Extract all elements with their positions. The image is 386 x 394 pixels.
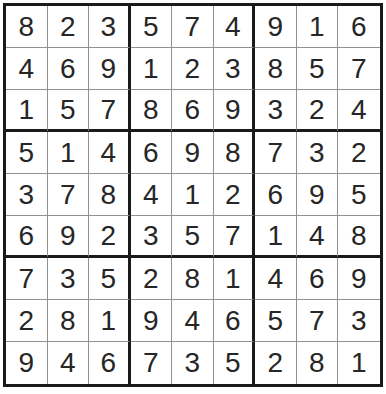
sudoku-cell-r3c8[interactable]: 2 bbox=[297, 90, 339, 132]
sudoku-cell-r8c9[interactable]: 3 bbox=[338, 300, 380, 342]
sudoku-cell-r1c9[interactable]: 6 bbox=[338, 6, 380, 48]
sudoku-cell-r2c4[interactable]: 1 bbox=[131, 48, 173, 90]
sudoku-cell-r6c4[interactable]: 3 bbox=[131, 216, 173, 258]
sudoku-cell-r6c6[interactable]: 7 bbox=[214, 216, 256, 258]
sudoku-cell-r9c2[interactable]: 4 bbox=[48, 342, 90, 384]
sudoku-cell-r9c6[interactable]: 5 bbox=[214, 342, 256, 384]
sudoku-cell-r6c3[interactable]: 2 bbox=[89, 216, 131, 258]
sudoku-cell-r5c7[interactable]: 6 bbox=[255, 174, 297, 216]
sudoku-cell-r7c8[interactable]: 6 bbox=[297, 258, 339, 300]
sudoku-cell-r2c8[interactable]: 5 bbox=[297, 48, 339, 90]
sudoku-cell-r5c1[interactable]: 3 bbox=[6, 174, 48, 216]
sudoku-cell-r2c7[interactable]: 8 bbox=[255, 48, 297, 90]
sudoku-cell-r1c4[interactable]: 5 bbox=[131, 6, 173, 48]
sudoku-cell-r1c5[interactable]: 7 bbox=[172, 6, 214, 48]
sudoku-cell-r5c6[interactable]: 2 bbox=[214, 174, 256, 216]
sudoku-cell-r7c4[interactable]: 2 bbox=[131, 258, 173, 300]
sudoku-cell-r4c3[interactable]: 4 bbox=[89, 132, 131, 174]
sudoku-cell-r6c7[interactable]: 1 bbox=[255, 216, 297, 258]
sudoku-cell-r8c8[interactable]: 7 bbox=[297, 300, 339, 342]
sudoku-cell-r2c5[interactable]: 2 bbox=[172, 48, 214, 90]
sudoku-cell-r3c4[interactable]: 8 bbox=[131, 90, 173, 132]
sudoku-cell-r8c2[interactable]: 8 bbox=[48, 300, 90, 342]
sudoku-cell-r9c8[interactable]: 8 bbox=[297, 342, 339, 384]
sudoku-cell-r3c5[interactable]: 6 bbox=[172, 90, 214, 132]
sudoku-cell-r4c4[interactable]: 6 bbox=[131, 132, 173, 174]
sudoku-cell-r2c2[interactable]: 6 bbox=[48, 48, 90, 90]
sudoku-cell-r2c6[interactable]: 3 bbox=[214, 48, 256, 90]
sudoku-cell-r7c2[interactable]: 3 bbox=[48, 258, 90, 300]
sudoku-cell-r7c9[interactable]: 9 bbox=[338, 258, 380, 300]
sudoku-cell-r7c7[interactable]: 4 bbox=[255, 258, 297, 300]
sudoku-cell-r5c2[interactable]: 7 bbox=[48, 174, 90, 216]
sudoku-cell-r5c9[interactable]: 5 bbox=[338, 174, 380, 216]
sudoku-cell-r7c6[interactable]: 1 bbox=[214, 258, 256, 300]
sudoku-cell-r5c3[interactable]: 8 bbox=[89, 174, 131, 216]
sudoku-cell-r4c1[interactable]: 5 bbox=[6, 132, 48, 174]
page: 8235749164691238571578693245146987323784… bbox=[0, 0, 386, 394]
sudoku-cell-r3c7[interactable]: 3 bbox=[255, 90, 297, 132]
sudoku-cell-r3c2[interactable]: 5 bbox=[48, 90, 90, 132]
sudoku-cell-r8c3[interactable]: 1 bbox=[89, 300, 131, 342]
sudoku-cell-r3c6[interactable]: 9 bbox=[214, 90, 256, 132]
sudoku-cell-r4c7[interactable]: 7 bbox=[255, 132, 297, 174]
sudoku-cell-r1c3[interactable]: 3 bbox=[89, 6, 131, 48]
sudoku-cell-r9c3[interactable]: 6 bbox=[89, 342, 131, 384]
sudoku-cell-r5c4[interactable]: 4 bbox=[131, 174, 173, 216]
sudoku-cell-r2c9[interactable]: 7 bbox=[338, 48, 380, 90]
sudoku-cell-r3c9[interactable]: 4 bbox=[338, 90, 380, 132]
sudoku-cell-r9c5[interactable]: 3 bbox=[172, 342, 214, 384]
sudoku-cell-r8c5[interactable]: 4 bbox=[172, 300, 214, 342]
sudoku-cell-r6c5[interactable]: 5 bbox=[172, 216, 214, 258]
sudoku-cell-r9c1[interactable]: 9 bbox=[6, 342, 48, 384]
sudoku-board: 8235749164691238571578693245146987323784… bbox=[3, 3, 383, 387]
sudoku-cell-r6c2[interactable]: 9 bbox=[48, 216, 90, 258]
sudoku-cell-r3c1[interactable]: 1 bbox=[6, 90, 48, 132]
sudoku-cell-r4c6[interactable]: 8 bbox=[214, 132, 256, 174]
sudoku-cell-r9c9[interactable]: 1 bbox=[338, 342, 380, 384]
sudoku-cell-r9c7[interactable]: 2 bbox=[255, 342, 297, 384]
sudoku-cell-r3c3[interactable]: 7 bbox=[89, 90, 131, 132]
sudoku-cell-r1c2[interactable]: 2 bbox=[48, 6, 90, 48]
sudoku-cell-r4c2[interactable]: 1 bbox=[48, 132, 90, 174]
sudoku-cell-r6c1[interactable]: 6 bbox=[6, 216, 48, 258]
sudoku-cell-r5c8[interactable]: 9 bbox=[297, 174, 339, 216]
sudoku-cell-r1c7[interactable]: 9 bbox=[255, 6, 297, 48]
sudoku-cell-r1c8[interactable]: 1 bbox=[297, 6, 339, 48]
sudoku-cell-r4c8[interactable]: 3 bbox=[297, 132, 339, 174]
sudoku-cell-r9c4[interactable]: 7 bbox=[131, 342, 173, 384]
sudoku-cell-r5c5[interactable]: 1 bbox=[172, 174, 214, 216]
sudoku-cell-r7c1[interactable]: 7 bbox=[6, 258, 48, 300]
sudoku-cell-r8c7[interactable]: 5 bbox=[255, 300, 297, 342]
sudoku-cell-r2c1[interactable]: 4 bbox=[6, 48, 48, 90]
sudoku-cell-r4c5[interactable]: 9 bbox=[172, 132, 214, 174]
sudoku-cell-r7c5[interactable]: 8 bbox=[172, 258, 214, 300]
sudoku-cell-r6c9[interactable]: 8 bbox=[338, 216, 380, 258]
sudoku-cell-r1c1[interactable]: 8 bbox=[6, 6, 48, 48]
sudoku-cell-r8c1[interactable]: 2 bbox=[6, 300, 48, 342]
sudoku-cell-r7c3[interactable]: 5 bbox=[89, 258, 131, 300]
sudoku-cell-r2c3[interactable]: 9 bbox=[89, 48, 131, 90]
sudoku-cell-r6c8[interactable]: 4 bbox=[297, 216, 339, 258]
sudoku-cell-r8c6[interactable]: 6 bbox=[214, 300, 256, 342]
sudoku-cell-r4c9[interactable]: 2 bbox=[338, 132, 380, 174]
sudoku-cell-r1c6[interactable]: 4 bbox=[214, 6, 256, 48]
sudoku-cell-r8c4[interactable]: 9 bbox=[131, 300, 173, 342]
